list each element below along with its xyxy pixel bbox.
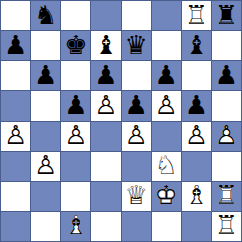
white-pawn-icon: ♟♙	[31, 152, 60, 181]
square-g8[interactable]: ♜♖	[182, 1, 211, 30]
square-f7[interactable]	[152, 31, 181, 60]
square-h3[interactable]	[212, 152, 241, 181]
square-c2[interactable]	[61, 182, 90, 211]
square-g1[interactable]	[182, 212, 211, 241]
white-pawn-icon: ♟♙	[1, 122, 30, 151]
square-c1[interactable]: ♝♗	[61, 212, 90, 241]
square-e5[interactable]: ♟	[122, 91, 151, 120]
square-e4[interactable]: ♟♙	[122, 122, 151, 151]
square-h2[interactable]: ♜♖	[212, 182, 241, 211]
square-b5[interactable]	[31, 91, 60, 120]
square-c7[interactable]: ♚	[61, 31, 90, 60]
white-knight-icon: ♞♘	[152, 152, 181, 181]
square-g2[interactable]: ♝♗	[182, 182, 211, 211]
white-pawn-icon: ♟♙	[61, 122, 90, 151]
black-pawn-icon: ♟	[91, 61, 120, 90]
square-c6[interactable]	[61, 61, 90, 90]
chess-board-container: ♞♜♖♜♟♚♝♛♝♟♟♟♟♟♟♙♟♟♙♟♟♙♟♙♟♙♟♙♟♙♟♙♞♘♛♕♚♔♝♗…	[0, 0, 242, 242]
square-f2[interactable]: ♚♔	[152, 182, 181, 211]
square-c3[interactable]	[61, 152, 90, 181]
black-rook-icon: ♜	[212, 1, 241, 30]
square-h1[interactable]: ♜♖	[212, 212, 241, 241]
square-h8[interactable]: ♜	[212, 1, 241, 30]
black-pawn-icon: ♟	[1, 31, 30, 60]
black-pawn-icon: ♟	[61, 91, 90, 120]
black-pawn-icon: ♟	[122, 91, 151, 120]
square-d4[interactable]	[91, 122, 120, 151]
square-b3[interactable]: ♟♙	[31, 152, 60, 181]
square-a4[interactable]: ♟♙	[1, 122, 30, 151]
black-pawn-icon: ♟	[152, 61, 181, 90]
square-d5[interactable]: ♟♙	[91, 91, 120, 120]
white-king-icon: ♚♔	[152, 182, 181, 211]
black-pawn-icon: ♟	[31, 61, 60, 90]
white-pawn-icon: ♟♙	[182, 122, 211, 151]
square-e3[interactable]	[122, 152, 151, 181]
square-d2[interactable]	[91, 182, 120, 211]
square-d3[interactable]	[91, 152, 120, 181]
square-b4[interactable]	[31, 122, 60, 151]
white-pawn-icon: ♟♙	[122, 122, 151, 151]
square-h7[interactable]	[212, 31, 241, 60]
white-queen-icon: ♛♕	[122, 182, 151, 211]
square-g6[interactable]	[182, 61, 211, 90]
square-h4[interactable]: ♟♙	[212, 122, 241, 151]
black-bishop-icon: ♝	[182, 31, 211, 60]
black-king-icon: ♚	[61, 31, 90, 60]
square-d1[interactable]	[91, 212, 120, 241]
white-pawn-icon: ♟♙	[91, 91, 120, 120]
square-e1[interactable]	[122, 212, 151, 241]
white-rook-icon: ♜♖	[182, 1, 211, 30]
square-a8[interactable]	[1, 1, 30, 30]
square-f5[interactable]: ♟♙	[152, 91, 181, 120]
square-g7[interactable]: ♝	[182, 31, 211, 60]
white-pawn-icon: ♟♙	[152, 91, 181, 120]
square-g5[interactable]: ♟	[182, 91, 211, 120]
square-e6[interactable]	[122, 61, 151, 90]
square-e8[interactable]	[122, 1, 151, 30]
white-rook-icon: ♜♖	[212, 212, 241, 241]
square-f3[interactable]: ♞♘	[152, 152, 181, 181]
square-h5[interactable]	[212, 91, 241, 120]
square-d8[interactable]	[91, 1, 120, 30]
black-knight-icon: ♞	[31, 1, 60, 30]
black-pawn-icon: ♟	[182, 91, 211, 120]
chess-board: ♞♜♖♜♟♚♝♛♝♟♟♟♟♟♟♙♟♟♙♟♟♙♟♙♟♙♟♙♟♙♟♙♞♘♛♕♚♔♝♗…	[0, 0, 242, 242]
square-g4[interactable]: ♟♙	[182, 122, 211, 151]
white-bishop-icon: ♝♗	[182, 182, 211, 211]
square-a6[interactable]	[1, 61, 30, 90]
square-h6[interactable]: ♟	[212, 61, 241, 90]
black-bishop-icon: ♝	[91, 31, 120, 60]
square-f8[interactable]	[152, 1, 181, 30]
square-a3[interactable]	[1, 152, 30, 181]
square-a2[interactable]	[1, 182, 30, 211]
black-queen-icon: ♛	[122, 31, 151, 60]
white-rook-icon: ♜♖	[212, 182, 241, 211]
white-pawn-icon: ♟♙	[212, 122, 241, 151]
square-a5[interactable]	[1, 91, 30, 120]
square-d6[interactable]: ♟	[91, 61, 120, 90]
square-d7[interactable]: ♝	[91, 31, 120, 60]
square-c4[interactable]: ♟♙	[61, 122, 90, 151]
square-a1[interactable]	[1, 212, 30, 241]
square-f1[interactable]	[152, 212, 181, 241]
white-bishop-icon: ♝♗	[61, 212, 90, 241]
square-e7[interactable]: ♛	[122, 31, 151, 60]
square-b6[interactable]: ♟	[31, 61, 60, 90]
black-pawn-icon: ♟	[212, 61, 241, 90]
square-b2[interactable]	[31, 182, 60, 211]
square-b7[interactable]	[31, 31, 60, 60]
square-e2[interactable]: ♛♕	[122, 182, 151, 211]
square-c5[interactable]: ♟	[61, 91, 90, 120]
square-f6[interactable]: ♟	[152, 61, 181, 90]
square-b8[interactable]: ♞	[31, 1, 60, 30]
square-a7[interactable]: ♟	[1, 31, 30, 60]
square-b1[interactable]	[31, 212, 60, 241]
square-f4[interactable]	[152, 122, 181, 151]
square-g3[interactable]	[182, 152, 211, 181]
square-c8[interactable]	[61, 1, 90, 30]
